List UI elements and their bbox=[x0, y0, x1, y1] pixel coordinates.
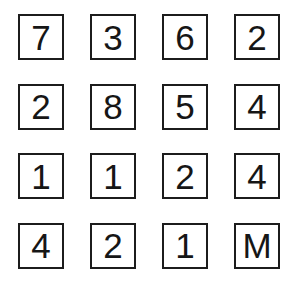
cell-r1c2: 5 bbox=[162, 84, 208, 130]
cell-r2c1: 1 bbox=[90, 153, 136, 199]
cell-r2c2: 2 bbox=[162, 153, 208, 199]
number-maze-board: 7 3 6 2 2 8 5 4 1 1 2 4 4 2 1 M bbox=[18, 14, 280, 269]
cell-r3c1: 2 bbox=[90, 223, 136, 269]
cell-r0c2: 6 bbox=[162, 14, 208, 60]
puzzle-diagram: 7 3 6 2 2 8 5 4 1 1 2 4 4 2 1 M bbox=[0, 0, 298, 286]
cell-r1c0: 2 bbox=[18, 84, 64, 130]
cell-r0c1: 3 bbox=[90, 14, 136, 60]
cell-r1c1: 8 bbox=[90, 84, 136, 130]
cell-r2c0: 1 bbox=[18, 153, 64, 199]
cell-r3c2: 1 bbox=[162, 223, 208, 269]
cell-r2c3: 4 bbox=[234, 153, 280, 199]
cell-r0c0: 7 bbox=[18, 14, 64, 60]
cell-r3c0: 4 bbox=[18, 223, 64, 269]
cell-r1c3: 4 bbox=[234, 84, 280, 130]
cell-r3c3-goal: M bbox=[234, 223, 280, 269]
cell-r0c3: 2 bbox=[234, 14, 280, 60]
